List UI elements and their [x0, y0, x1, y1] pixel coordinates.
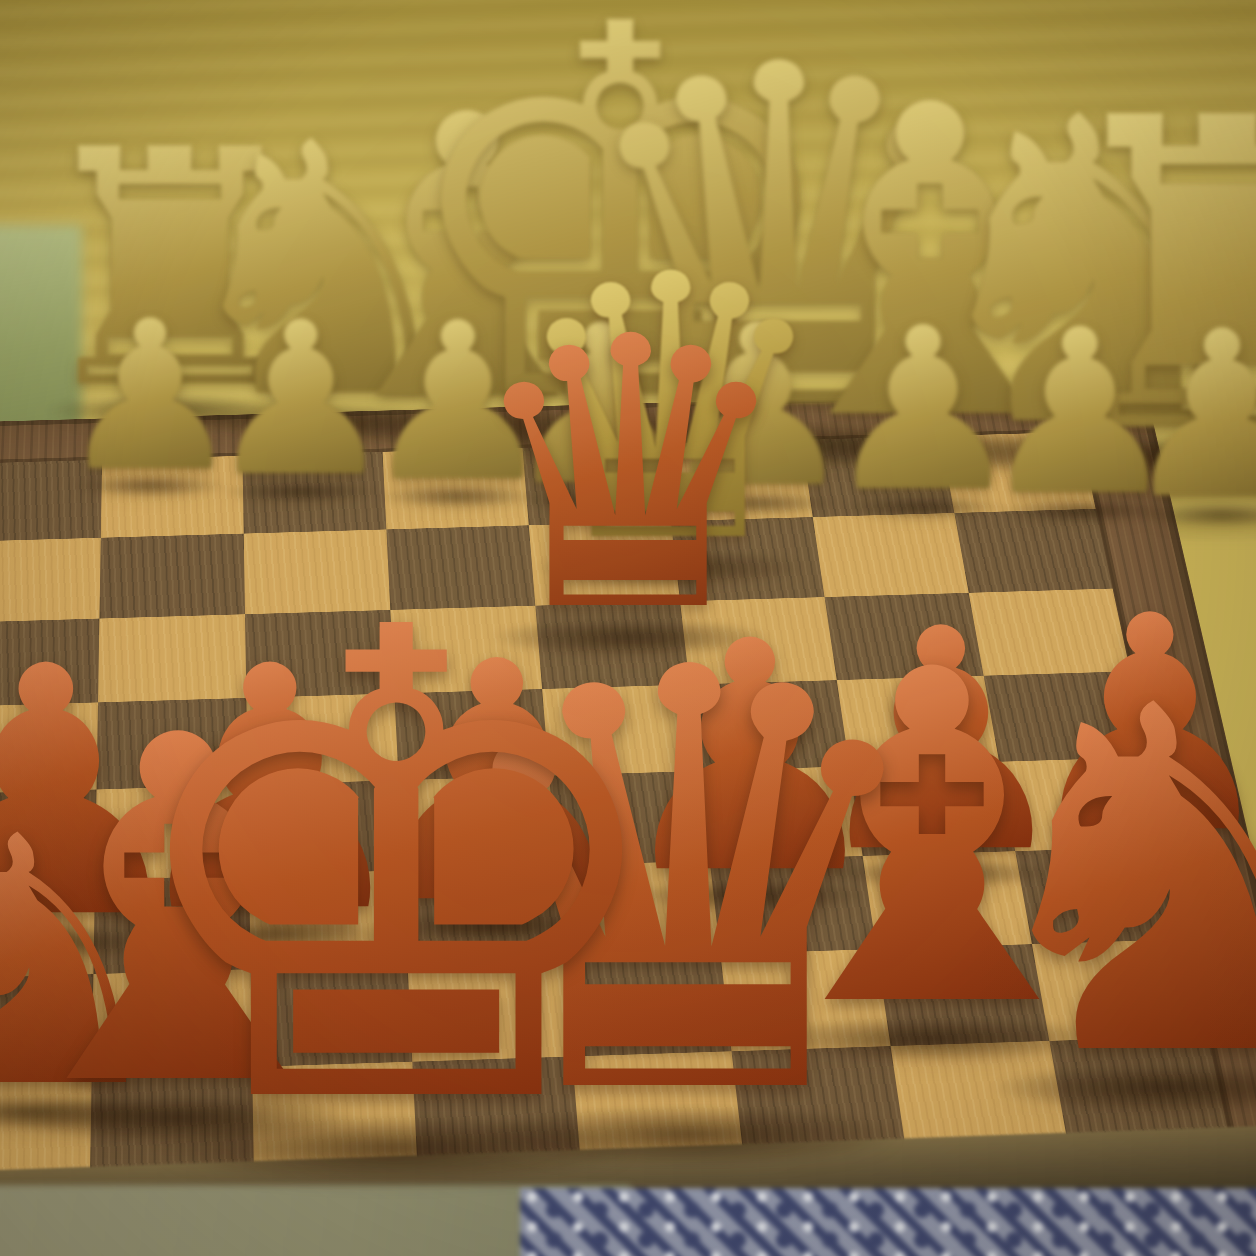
square-c2: [671, 517, 825, 601]
square-f3: [245, 610, 394, 698]
square-d4: [542, 685, 699, 776]
square-c8: [732, 1046, 906, 1152]
square-h2: [0, 538, 101, 623]
square-b3: [825, 593, 984, 680]
square-g6: [93, 875, 250, 974]
chessboard-photo: ♜♞♝♚♛♝♞♜♟♟♟♟♟♟♟♟♛♛♟♟♟♟♟♟♞♝♚♛♝♞ Overhead-…: [0, 0, 1256, 1256]
square-a8: [1049, 1036, 1229, 1142]
square-c6: [710, 856, 877, 954]
square-e2: [386, 525, 535, 610]
square-c5: [699, 766, 862, 860]
square-d8: [572, 1051, 743, 1158]
square-b5: [849, 762, 1015, 856]
square-h4: [0, 702, 98, 794]
square-a4: [984, 671, 1149, 761]
square-h1: [0, 460, 102, 542]
square-e5: [399, 776, 557, 871]
square-g3: [98, 614, 246, 702]
square-b8: [891, 1041, 1068, 1147]
square-g4: [97, 698, 248, 790]
square-a3: [969, 589, 1131, 676]
square-g8: [90, 1067, 254, 1174]
square-b7: [876, 944, 1049, 1046]
square-h3: [0, 619, 99, 707]
square-f1: [242, 452, 386, 534]
board-grid: [0, 432, 1229, 1180]
square-e4: [394, 689, 549, 780]
square-f4: [246, 693, 398, 784]
square-a7: [1032, 939, 1208, 1041]
square-d5: [549, 771, 710, 866]
square-b4: [837, 676, 999, 767]
square-f2: [244, 529, 391, 614]
square-e1: [383, 448, 529, 530]
square-f8: [252, 1062, 417, 1169]
square-e6: [403, 866, 564, 965]
square-e3: [390, 606, 542, 694]
square-h5: [0, 790, 97, 885]
square-f6: [249, 870, 407, 969]
square-d7: [564, 954, 731, 1056]
square-c4: [690, 680, 850, 771]
square-a5: [999, 757, 1167, 851]
square-g5: [95, 785, 249, 880]
square-g2: [99, 534, 245, 619]
square-c7: [720, 949, 890, 1051]
board-frame: [0, 389, 1256, 1240]
square-h6: [0, 880, 95, 979]
square-a1: [940, 432, 1095, 513]
square-h7: [0, 974, 93, 1077]
square-b6: [863, 851, 1032, 949]
square-c3: [680, 597, 837, 684]
square-f5: [248, 780, 403, 875]
chess-board: [0, 389, 1256, 1240]
square-g7: [92, 969, 252, 1072]
square-b2: [813, 513, 969, 597]
square-e8: [412, 1056, 580, 1163]
square-d2: [529, 521, 680, 605]
square-h8: [0, 1072, 92, 1180]
square-a2: [954, 509, 1112, 593]
table-cloth-blue-pattern: [520, 1188, 1256, 1256]
square-f7: [251, 964, 413, 1067]
square-d1: [522, 444, 670, 525]
square-c1: [662, 440, 813, 521]
square-d6: [557, 861, 721, 959]
square-b1: [801, 436, 954, 517]
square-e7: [408, 959, 573, 1062]
square-a6: [1015, 846, 1187, 944]
square-g1: [101, 456, 244, 538]
square-d3: [535, 601, 689, 689]
